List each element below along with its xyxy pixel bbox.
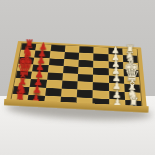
chess-photo-scene: ♜♟♟♜♞♟♟♞♝♟♟♝♚♟♟♚♛♟♟♛♝♟♟♝♞♟♟♞♜♟♟♜ [0,0,155,155]
board-square [63,66,79,74]
chessboard: ♜♟♟♜♞♟♟♞♝♟♟♝♚♟♟♚♛♟♟♛♝♟♟♝♞♟♟♞♜♟♟♜ [5,41,147,112]
board-perspective-wrap: ♜♟♟♜♞♟♟♞♝♟♟♝♚♟♟♚♛♟♟♛♝♟♟♝♞♟♟♞♜♟♟♜ [9,5,148,144]
